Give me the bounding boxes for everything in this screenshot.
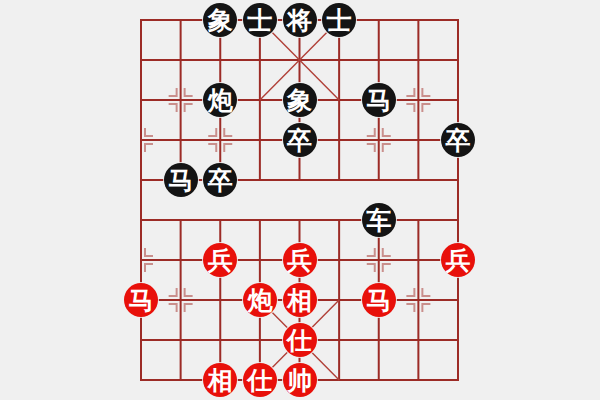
piece-red-advisor[interactable]: 仕 — [243, 363, 277, 397]
piece-red-horse[interactable]: 马 — [362, 283, 396, 317]
piece-black-advisor[interactable]: 士 — [243, 3, 277, 37]
piece-black-cannon[interactable]: 炮 — [203, 83, 237, 117]
piece-black-soldier[interactable]: 卒 — [441, 123, 475, 157]
piece-black-elephant[interactable]: 象 — [203, 3, 237, 37]
piece-red-soldier[interactable]: 兵 — [283, 243, 317, 277]
piece-black-elephant[interactable]: 象 — [283, 83, 317, 117]
piece-black-chariot[interactable]: 车 — [362, 203, 396, 237]
piece-red-soldier[interactable]: 兵 — [441, 243, 475, 277]
piece-red-advisor[interactable]: 仕 — [283, 323, 317, 357]
piece-red-general[interactable]: 帅 — [283, 363, 317, 397]
xiangqi-board-stage: 象士将士炮象马卒卒马卒车兵兵兵马炮相马仕相仕帅 — [0, 0, 600, 400]
piece-black-advisor[interactable]: 士 — [322, 3, 356, 37]
piece-red-cannon[interactable]: 炮 — [243, 283, 277, 317]
piece-red-elephant[interactable]: 相 — [203, 363, 237, 397]
pieces-layer: 象士将士炮象马卒卒马卒车兵兵兵马炮相马仕相仕帅 — [0, 0, 600, 400]
piece-black-general[interactable]: 将 — [283, 3, 317, 37]
piece-black-soldier[interactable]: 卒 — [283, 123, 317, 157]
piece-red-horse[interactable]: 马 — [124, 283, 158, 317]
piece-red-soldier[interactable]: 兵 — [203, 243, 237, 277]
piece-black-horse[interactable]: 马 — [362, 83, 396, 117]
piece-black-horse[interactable]: 马 — [164, 163, 198, 197]
piece-black-soldier[interactable]: 卒 — [203, 163, 237, 197]
piece-red-elephant[interactable]: 相 — [283, 283, 317, 317]
